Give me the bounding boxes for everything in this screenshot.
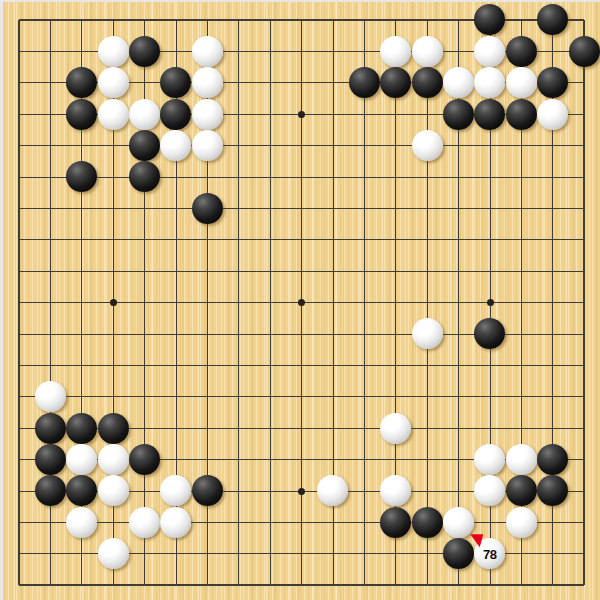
intersection-N4[interactable] <box>380 475 411 506</box>
intersection-H4[interactable] <box>223 475 254 506</box>
intersection-B1[interactable] <box>35 569 66 600</box>
intersection-F16[interactable] <box>160 98 191 129</box>
intersection-K7[interactable] <box>286 381 317 412</box>
intersection-A3[interactable] <box>3 507 34 538</box>
intersection-E15[interactable] <box>129 130 160 161</box>
intersection-G13[interactable] <box>192 193 223 224</box>
intersection-N1[interactable] <box>380 569 411 600</box>
intersection-R1[interactable] <box>506 569 537 600</box>
intersection-B4[interactable] <box>35 475 66 506</box>
intersection-D4[interactable] <box>97 475 128 506</box>
intersection-R8[interactable] <box>506 350 537 381</box>
intersection-A15[interactable] <box>3 130 34 161</box>
intersection-A17[interactable] <box>3 67 34 98</box>
intersection-G10[interactable] <box>192 287 223 318</box>
intersection-B9[interactable] <box>35 318 66 349</box>
intersection-O17[interactable] <box>411 67 442 98</box>
intersection-M4[interactable] <box>349 475 380 506</box>
intersection-O6[interactable] <box>411 412 442 443</box>
intersection-C7[interactable] <box>66 381 97 412</box>
intersection-F19[interactable] <box>160 4 191 35</box>
intersection-D1[interactable] <box>97 569 128 600</box>
intersection-M15[interactable] <box>349 130 380 161</box>
intersection-J14[interactable] <box>254 161 285 192</box>
intersection-S13[interactable] <box>537 193 568 224</box>
intersection-H19[interactable] <box>223 4 254 35</box>
intersection-J13[interactable] <box>254 193 285 224</box>
intersection-D8[interactable] <box>97 350 128 381</box>
intersection-B3[interactable] <box>35 507 66 538</box>
intersection-H9[interactable] <box>223 318 254 349</box>
intersection-N7[interactable] <box>380 381 411 412</box>
intersection-H7[interactable] <box>223 381 254 412</box>
intersection-Q3[interactable] <box>474 507 505 538</box>
intersection-L2[interactable] <box>317 538 348 569</box>
intersection-D17[interactable] <box>97 67 128 98</box>
intersection-M19[interactable] <box>349 4 380 35</box>
intersection-Q18[interactable] <box>474 36 505 67</box>
intersection-C10[interactable] <box>66 287 97 318</box>
intersection-S8[interactable] <box>537 350 568 381</box>
intersection-O13[interactable] <box>411 193 442 224</box>
intersection-O1[interactable] <box>411 569 442 600</box>
intersection-N14[interactable] <box>380 161 411 192</box>
intersection-H10[interactable] <box>223 287 254 318</box>
intersection-A16[interactable] <box>3 98 34 129</box>
intersection-G3[interactable] <box>192 507 223 538</box>
intersection-J2[interactable] <box>254 538 285 569</box>
intersection-H16[interactable] <box>223 98 254 129</box>
intersection-L6[interactable] <box>317 412 348 443</box>
intersection-P11[interactable] <box>443 255 474 286</box>
intersection-H2[interactable] <box>223 538 254 569</box>
intersection-S12[interactable] <box>537 224 568 255</box>
intersection-K18[interactable] <box>286 36 317 67</box>
intersection-R11[interactable] <box>506 255 537 286</box>
intersection-T10[interactable] <box>568 287 599 318</box>
intersection-L14[interactable] <box>317 161 348 192</box>
intersection-D2[interactable] <box>97 538 128 569</box>
intersection-N5[interactable] <box>380 444 411 475</box>
intersection-C16[interactable] <box>66 98 97 129</box>
intersection-P6[interactable] <box>443 412 474 443</box>
intersection-Q2[interactable]: 78 <box>474 538 505 569</box>
intersection-O2[interactable] <box>411 538 442 569</box>
intersection-Q7[interactable] <box>474 381 505 412</box>
intersection-J15[interactable] <box>254 130 285 161</box>
intersection-G2[interactable] <box>192 538 223 569</box>
intersection-K10[interactable] <box>286 287 317 318</box>
intersection-G17[interactable] <box>192 67 223 98</box>
intersection-P8[interactable] <box>443 350 474 381</box>
intersection-O8[interactable] <box>411 350 442 381</box>
intersection-D5[interactable] <box>97 444 128 475</box>
intersection-F10[interactable] <box>160 287 191 318</box>
intersection-K1[interactable] <box>286 569 317 600</box>
intersection-S10[interactable] <box>537 287 568 318</box>
intersection-R10[interactable] <box>506 287 537 318</box>
intersection-J18[interactable] <box>254 36 285 67</box>
intersection-Q8[interactable] <box>474 350 505 381</box>
intersection-S5[interactable] <box>537 444 568 475</box>
intersection-N9[interactable] <box>380 318 411 349</box>
intersection-Q5[interactable] <box>474 444 505 475</box>
intersection-N12[interactable] <box>380 224 411 255</box>
intersection-J4[interactable] <box>254 475 285 506</box>
intersection-N13[interactable] <box>380 193 411 224</box>
intersection-T3[interactable] <box>568 507 599 538</box>
intersection-G16[interactable] <box>192 98 223 129</box>
intersection-M6[interactable] <box>349 412 380 443</box>
intersection-N17[interactable] <box>380 67 411 98</box>
intersection-S3[interactable] <box>537 507 568 538</box>
intersection-R9[interactable] <box>506 318 537 349</box>
intersection-M2[interactable] <box>349 538 380 569</box>
intersection-K14[interactable] <box>286 161 317 192</box>
intersection-F5[interactable] <box>160 444 191 475</box>
intersection-Q14[interactable] <box>474 161 505 192</box>
intersection-J11[interactable] <box>254 255 285 286</box>
intersection-J8[interactable] <box>254 350 285 381</box>
intersection-A19[interactable] <box>3 4 34 35</box>
intersection-T15[interactable] <box>568 130 599 161</box>
intersection-T17[interactable] <box>568 67 599 98</box>
intersection-P5[interactable] <box>443 444 474 475</box>
intersection-T14[interactable] <box>568 161 599 192</box>
intersection-J16[interactable] <box>254 98 285 129</box>
intersection-N10[interactable] <box>380 287 411 318</box>
intersection-B16[interactable] <box>35 98 66 129</box>
intersection-P7[interactable] <box>443 381 474 412</box>
intersection-K17[interactable] <box>286 67 317 98</box>
intersection-E6[interactable] <box>129 412 160 443</box>
intersection-D16[interactable] <box>97 98 128 129</box>
intersection-O11[interactable] <box>411 255 442 286</box>
intersection-H18[interactable] <box>223 36 254 67</box>
intersection-T2[interactable] <box>568 538 599 569</box>
intersection-P4[interactable] <box>443 475 474 506</box>
intersection-E4[interactable] <box>129 475 160 506</box>
intersection-F6[interactable] <box>160 412 191 443</box>
intersection-Q11[interactable] <box>474 255 505 286</box>
intersection-L17[interactable] <box>317 67 348 98</box>
intersection-K12[interactable] <box>286 224 317 255</box>
intersection-N11[interactable] <box>380 255 411 286</box>
intersection-B2[interactable] <box>35 538 66 569</box>
intersection-F12[interactable] <box>160 224 191 255</box>
intersection-O7[interactable] <box>411 381 442 412</box>
intersection-A13[interactable] <box>3 193 34 224</box>
intersection-T19[interactable] <box>568 4 599 35</box>
intersection-R16[interactable] <box>506 98 537 129</box>
intersection-B8[interactable] <box>35 350 66 381</box>
intersection-T5[interactable] <box>568 444 599 475</box>
intersection-T1[interactable] <box>568 569 599 600</box>
intersection-S4[interactable] <box>537 475 568 506</box>
intersection-C12[interactable] <box>66 224 97 255</box>
intersection-S17[interactable] <box>537 67 568 98</box>
intersection-D10[interactable] <box>97 287 128 318</box>
intersection-O12[interactable] <box>411 224 442 255</box>
intersection-B11[interactable] <box>35 255 66 286</box>
intersection-S14[interactable] <box>537 161 568 192</box>
intersection-J1[interactable] <box>254 569 285 600</box>
intersection-Q13[interactable] <box>474 193 505 224</box>
intersection-L19[interactable] <box>317 4 348 35</box>
intersection-Q10[interactable] <box>474 287 505 318</box>
intersection-R14[interactable] <box>506 161 537 192</box>
intersection-Q19[interactable] <box>474 4 505 35</box>
intersection-B15[interactable] <box>35 130 66 161</box>
intersection-T12[interactable] <box>568 224 599 255</box>
intersection-M10[interactable] <box>349 287 380 318</box>
intersection-E16[interactable] <box>129 98 160 129</box>
intersection-K11[interactable] <box>286 255 317 286</box>
intersection-H1[interactable] <box>223 569 254 600</box>
intersection-N6[interactable] <box>380 412 411 443</box>
intersection-J6[interactable] <box>254 412 285 443</box>
intersection-S7[interactable] <box>537 381 568 412</box>
intersection-D19[interactable] <box>97 4 128 35</box>
intersection-M1[interactable] <box>349 569 380 600</box>
intersection-Q12[interactable] <box>474 224 505 255</box>
intersection-B12[interactable] <box>35 224 66 255</box>
intersection-E9[interactable] <box>129 318 160 349</box>
intersection-A18[interactable] <box>3 36 34 67</box>
intersection-N8[interactable] <box>380 350 411 381</box>
intersection-L15[interactable] <box>317 130 348 161</box>
intersection-B5[interactable] <box>35 444 66 475</box>
intersection-B13[interactable] <box>35 193 66 224</box>
intersection-D12[interactable] <box>97 224 128 255</box>
intersection-O9[interactable] <box>411 318 442 349</box>
intersection-S9[interactable] <box>537 318 568 349</box>
intersection-P10[interactable] <box>443 287 474 318</box>
intersection-M18[interactable] <box>349 36 380 67</box>
intersection-P19[interactable] <box>443 4 474 35</box>
intersection-S15[interactable] <box>537 130 568 161</box>
intersection-H6[interactable] <box>223 412 254 443</box>
intersection-M5[interactable] <box>349 444 380 475</box>
intersection-S6[interactable] <box>537 412 568 443</box>
intersection-K13[interactable] <box>286 193 317 224</box>
intersection-F9[interactable] <box>160 318 191 349</box>
intersection-E14[interactable] <box>129 161 160 192</box>
intersection-P18[interactable] <box>443 36 474 67</box>
intersection-C5[interactable] <box>66 444 97 475</box>
intersection-E7[interactable] <box>129 381 160 412</box>
intersection-L7[interactable] <box>317 381 348 412</box>
intersection-K19[interactable] <box>286 4 317 35</box>
intersection-L12[interactable] <box>317 224 348 255</box>
intersection-L9[interactable] <box>317 318 348 349</box>
intersection-B14[interactable] <box>35 161 66 192</box>
intersection-A7[interactable] <box>3 381 34 412</box>
intersection-D14[interactable] <box>97 161 128 192</box>
intersection-C18[interactable] <box>66 36 97 67</box>
intersection-G9[interactable] <box>192 318 223 349</box>
intersection-C13[interactable] <box>66 193 97 224</box>
intersection-A8[interactable] <box>3 350 34 381</box>
intersection-G6[interactable] <box>192 412 223 443</box>
intersection-C9[interactable] <box>66 318 97 349</box>
intersection-O4[interactable] <box>411 475 442 506</box>
intersection-Q1[interactable] <box>474 569 505 600</box>
intersection-M3[interactable] <box>349 507 380 538</box>
intersection-B19[interactable] <box>35 4 66 35</box>
intersection-K8[interactable] <box>286 350 317 381</box>
intersection-J12[interactable] <box>254 224 285 255</box>
intersection-O3[interactable] <box>411 507 442 538</box>
intersection-A5[interactable] <box>3 444 34 475</box>
intersection-M17[interactable] <box>349 67 380 98</box>
intersection-O5[interactable] <box>411 444 442 475</box>
intersection-E11[interactable] <box>129 255 160 286</box>
intersection-N19[interactable] <box>380 4 411 35</box>
intersection-T13[interactable] <box>568 193 599 224</box>
intersection-M16[interactable] <box>349 98 380 129</box>
intersection-M12[interactable] <box>349 224 380 255</box>
intersection-G8[interactable] <box>192 350 223 381</box>
intersection-J3[interactable] <box>254 507 285 538</box>
intersection-Q16[interactable] <box>474 98 505 129</box>
intersection-N18[interactable] <box>380 36 411 67</box>
intersection-O14[interactable] <box>411 161 442 192</box>
intersection-E10[interactable] <box>129 287 160 318</box>
intersection-F17[interactable] <box>160 67 191 98</box>
intersection-T18[interactable] <box>568 36 599 67</box>
intersection-L1[interactable] <box>317 569 348 600</box>
intersection-O19[interactable] <box>411 4 442 35</box>
intersection-F2[interactable] <box>160 538 191 569</box>
intersection-K9[interactable] <box>286 318 317 349</box>
intersection-R15[interactable] <box>506 130 537 161</box>
intersection-J9[interactable] <box>254 318 285 349</box>
intersection-M7[interactable] <box>349 381 380 412</box>
intersection-R7[interactable] <box>506 381 537 412</box>
intersection-H17[interactable] <box>223 67 254 98</box>
intersection-Q6[interactable] <box>474 412 505 443</box>
intersection-T11[interactable] <box>568 255 599 286</box>
intersection-H15[interactable] <box>223 130 254 161</box>
intersection-G5[interactable] <box>192 444 223 475</box>
intersection-K3[interactable] <box>286 507 317 538</box>
intersection-R12[interactable] <box>506 224 537 255</box>
intersection-A9[interactable] <box>3 318 34 349</box>
intersection-S19[interactable] <box>537 4 568 35</box>
intersection-N2[interactable] <box>380 538 411 569</box>
intersection-A14[interactable] <box>3 161 34 192</box>
intersection-S1[interactable] <box>537 569 568 600</box>
intersection-M11[interactable] <box>349 255 380 286</box>
intersection-L8[interactable] <box>317 350 348 381</box>
intersection-C8[interactable] <box>66 350 97 381</box>
intersection-P9[interactable] <box>443 318 474 349</box>
intersection-L18[interactable] <box>317 36 348 67</box>
intersection-R17[interactable] <box>506 67 537 98</box>
intersection-L3[interactable] <box>317 507 348 538</box>
intersection-G11[interactable] <box>192 255 223 286</box>
intersection-M14[interactable] <box>349 161 380 192</box>
intersection-T6[interactable] <box>568 412 599 443</box>
intersection-B7[interactable] <box>35 381 66 412</box>
intersection-T7[interactable] <box>568 381 599 412</box>
intersection-R3[interactable] <box>506 507 537 538</box>
intersection-E5[interactable] <box>129 444 160 475</box>
intersection-R13[interactable] <box>506 193 537 224</box>
intersection-B17[interactable] <box>35 67 66 98</box>
intersection-H14[interactable] <box>223 161 254 192</box>
intersection-A2[interactable] <box>3 538 34 569</box>
intersection-R6[interactable] <box>506 412 537 443</box>
intersection-J5[interactable] <box>254 444 285 475</box>
intersection-R18[interactable] <box>506 36 537 67</box>
intersection-T8[interactable] <box>568 350 599 381</box>
intersection-L4[interactable] <box>317 475 348 506</box>
intersection-F13[interactable] <box>160 193 191 224</box>
intersection-C14[interactable] <box>66 161 97 192</box>
intersection-E1[interactable] <box>129 569 160 600</box>
intersection-Q17[interactable] <box>474 67 505 98</box>
intersection-G14[interactable] <box>192 161 223 192</box>
intersection-E19[interactable] <box>129 4 160 35</box>
intersection-D6[interactable] <box>97 412 128 443</box>
intersection-S16[interactable] <box>537 98 568 129</box>
intersection-E18[interactable] <box>129 36 160 67</box>
intersection-H5[interactable] <box>223 444 254 475</box>
intersection-D18[interactable] <box>97 36 128 67</box>
intersection-F1[interactable] <box>160 569 191 600</box>
intersection-P17[interactable] <box>443 67 474 98</box>
intersection-A12[interactable] <box>3 224 34 255</box>
intersection-C19[interactable] <box>66 4 97 35</box>
intersection-A1[interactable] <box>3 569 34 600</box>
intersection-E2[interactable] <box>129 538 160 569</box>
intersection-D3[interactable] <box>97 507 128 538</box>
intersection-K15[interactable] <box>286 130 317 161</box>
intersection-A11[interactable] <box>3 255 34 286</box>
intersection-E12[interactable] <box>129 224 160 255</box>
intersection-L11[interactable] <box>317 255 348 286</box>
intersection-J19[interactable] <box>254 4 285 35</box>
intersection-A4[interactable] <box>3 475 34 506</box>
intersection-L5[interactable] <box>317 444 348 475</box>
intersection-J7[interactable] <box>254 381 285 412</box>
intersection-D7[interactable] <box>97 381 128 412</box>
intersection-F7[interactable] <box>160 381 191 412</box>
intersection-F4[interactable] <box>160 475 191 506</box>
intersection-E8[interactable] <box>129 350 160 381</box>
intersection-O10[interactable] <box>411 287 442 318</box>
intersection-D13[interactable] <box>97 193 128 224</box>
intersection-L10[interactable] <box>317 287 348 318</box>
intersection-P16[interactable] <box>443 98 474 129</box>
intersection-O15[interactable] <box>411 130 442 161</box>
intersection-T16[interactable] <box>568 98 599 129</box>
intersection-C3[interactable] <box>66 507 97 538</box>
intersection-P15[interactable] <box>443 130 474 161</box>
intersection-N3[interactable] <box>380 507 411 538</box>
intersection-S2[interactable] <box>537 538 568 569</box>
intersection-P3[interactable] <box>443 507 474 538</box>
intersection-K4[interactable] <box>286 475 317 506</box>
intersection-R5[interactable] <box>506 444 537 475</box>
intersection-C2[interactable] <box>66 538 97 569</box>
intersection-C1[interactable] <box>66 569 97 600</box>
intersection-F18[interactable] <box>160 36 191 67</box>
intersection-G19[interactable] <box>192 4 223 35</box>
intersection-N15[interactable] <box>380 130 411 161</box>
